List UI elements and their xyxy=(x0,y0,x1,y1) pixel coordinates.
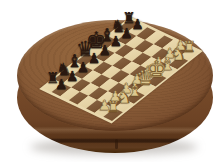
rim-latch-notch xyxy=(115,139,118,149)
piece-black-pawn-a7[interactable]: ♟ xyxy=(54,76,69,91)
product-photo-stage: ♜♟♟♜♞♟♟♞♝♟♟♝♚♟♟♚♛♟♟♛♝♟♟♝♞♟♟♞♜♟♟♜ xyxy=(0,0,220,162)
piece-white-rook-a1[interactable]: ♜ xyxy=(106,100,121,115)
